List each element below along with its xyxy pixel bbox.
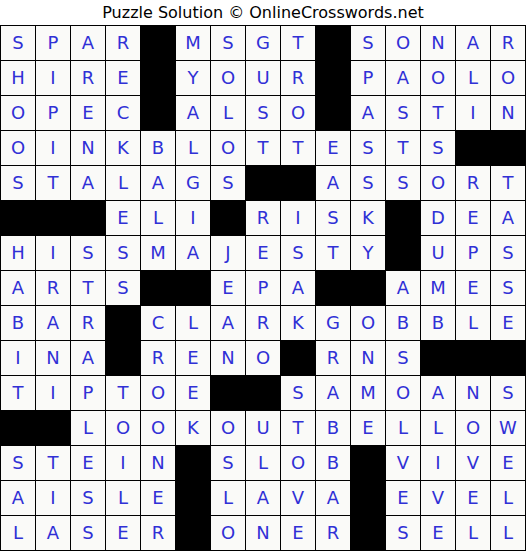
letter-cell: E bbox=[316, 131, 350, 165]
black-cell bbox=[351, 516, 385, 550]
letter-cell: K bbox=[106, 131, 140, 165]
black-cell bbox=[491, 341, 525, 375]
letter-cell: A bbox=[281, 271, 315, 305]
letter-cell: S bbox=[386, 166, 420, 200]
letter-cell: R bbox=[246, 306, 280, 340]
letter-cell: R bbox=[106, 26, 140, 60]
letter-cell: A bbox=[36, 306, 70, 340]
letter-cell: M bbox=[351, 376, 385, 410]
letter-cell: L bbox=[106, 166, 140, 200]
letter-cell: S bbox=[106, 271, 140, 305]
letter-cell: P bbox=[246, 271, 280, 305]
letter-cell: L bbox=[1, 516, 35, 550]
letter-cell: E bbox=[491, 306, 525, 340]
letter-cell: R bbox=[246, 201, 280, 235]
letter-cell: N bbox=[246, 516, 280, 550]
black-cell bbox=[1, 201, 35, 235]
black-cell bbox=[211, 376, 245, 410]
black-cell bbox=[316, 61, 350, 95]
letter-cell: A bbox=[36, 516, 70, 550]
letter-cell: L bbox=[71, 411, 105, 445]
letter-cell: S bbox=[316, 201, 350, 235]
crossword-grid: SPARMSGTSONARHIREYOURPAOLOOPECALSOASTINO… bbox=[0, 25, 526, 551]
letter-cell: H bbox=[1, 236, 35, 270]
letter-cell: A bbox=[386, 271, 420, 305]
black-cell bbox=[141, 26, 175, 60]
letter-cell: S bbox=[1, 26, 35, 60]
letter-cell: T bbox=[491, 166, 525, 200]
letter-cell: A bbox=[246, 481, 280, 515]
black-cell bbox=[176, 516, 210, 550]
letter-cell: O bbox=[211, 516, 245, 550]
letter-cell: R bbox=[141, 341, 175, 375]
letter-cell: L bbox=[491, 516, 525, 550]
letter-cell: K bbox=[281, 306, 315, 340]
letter-cell: L bbox=[386, 411, 420, 445]
letter-cell: S bbox=[386, 96, 420, 130]
letter-cell: A bbox=[316, 376, 350, 410]
black-cell bbox=[421, 341, 455, 375]
letter-cell: R bbox=[36, 271, 70, 305]
black-cell bbox=[386, 201, 420, 235]
letter-cell: D bbox=[421, 201, 455, 235]
letter-cell: L bbox=[246, 446, 280, 480]
letter-cell: E bbox=[351, 411, 385, 445]
letter-cell: S bbox=[491, 271, 525, 305]
letter-cell: U bbox=[246, 411, 280, 445]
black-cell bbox=[281, 166, 315, 200]
letter-cell: L bbox=[456, 61, 490, 95]
letter-cell: E bbox=[421, 516, 455, 550]
letter-cell: S bbox=[1, 446, 35, 480]
letter-cell: O bbox=[386, 376, 420, 410]
letter-cell: M bbox=[141, 236, 175, 270]
letter-cell: T bbox=[71, 271, 105, 305]
letter-cell: R bbox=[491, 26, 525, 60]
letter-cell: R bbox=[281, 61, 315, 95]
letter-cell: Y bbox=[351, 236, 385, 270]
letter-cell: O bbox=[211, 61, 245, 95]
black-cell bbox=[351, 271, 385, 305]
letter-cell: E bbox=[106, 61, 140, 95]
letter-cell: B bbox=[1, 306, 35, 340]
letter-cell: P bbox=[351, 61, 385, 95]
letter-cell: N bbox=[71, 131, 105, 165]
black-cell bbox=[246, 376, 280, 410]
letter-cell: O bbox=[421, 166, 455, 200]
letter-cell: N bbox=[421, 26, 455, 60]
letter-cell: N bbox=[141, 446, 175, 480]
black-cell bbox=[36, 201, 70, 235]
black-cell bbox=[106, 306, 140, 340]
letter-cell: I bbox=[176, 201, 210, 235]
letter-cell: T bbox=[281, 411, 315, 445]
letter-cell: O bbox=[386, 26, 420, 60]
letter-cell: O bbox=[211, 131, 245, 165]
black-cell bbox=[316, 26, 350, 60]
letter-cell: A bbox=[176, 236, 210, 270]
letter-cell: E bbox=[71, 446, 105, 480]
letter-cell: E bbox=[456, 201, 490, 235]
letter-cell: B bbox=[316, 411, 350, 445]
puzzle-solution-page: Puzzle Solution © OnlineCrosswords.net S… bbox=[0, 0, 526, 551]
letter-cell: R bbox=[316, 516, 350, 550]
letter-cell: K bbox=[176, 411, 210, 445]
letter-cell: P bbox=[36, 96, 70, 130]
black-cell bbox=[491, 131, 525, 165]
letter-cell: R bbox=[71, 61, 105, 95]
letter-cell: C bbox=[141, 306, 175, 340]
black-cell bbox=[316, 271, 350, 305]
letter-cell: B bbox=[141, 131, 175, 165]
black-cell bbox=[71, 201, 105, 235]
letter-cell: N bbox=[351, 341, 385, 375]
letter-cell: B bbox=[386, 306, 420, 340]
letter-cell: N bbox=[491, 96, 525, 130]
letter-cell: S bbox=[246, 96, 280, 130]
letter-cell: E bbox=[176, 376, 210, 410]
letter-cell: V bbox=[456, 446, 490, 480]
letter-cell: O bbox=[281, 446, 315, 480]
letter-cell: S bbox=[491, 376, 525, 410]
letter-cell: P bbox=[36, 26, 70, 60]
letter-cell: E bbox=[456, 271, 490, 305]
letter-cell: O bbox=[351, 306, 385, 340]
letter-cell: E bbox=[106, 201, 140, 235]
letter-cell: O bbox=[281, 96, 315, 130]
letter-cell: I bbox=[36, 376, 70, 410]
letter-cell: E bbox=[491, 446, 525, 480]
black-cell bbox=[141, 61, 175, 95]
letter-cell: T bbox=[1, 376, 35, 410]
letter-cell: I bbox=[36, 61, 70, 95]
black-cell bbox=[106, 341, 140, 375]
black-cell bbox=[456, 131, 490, 165]
letter-cell: W bbox=[491, 411, 525, 445]
letter-cell: T bbox=[106, 376, 140, 410]
letter-cell: O bbox=[1, 96, 35, 130]
black-cell bbox=[36, 411, 70, 445]
letter-cell: O bbox=[421, 61, 455, 95]
letter-cell: E bbox=[141, 481, 175, 515]
letter-cell: A bbox=[71, 26, 105, 60]
letter-cell: O bbox=[456, 411, 490, 445]
letter-cell: I bbox=[36, 481, 70, 515]
letter-cell: S bbox=[211, 166, 245, 200]
letter-cell: R bbox=[71, 306, 105, 340]
letter-cell: A bbox=[386, 61, 420, 95]
black-cell bbox=[176, 446, 210, 480]
page-title: Puzzle Solution © OnlineCrosswords.net bbox=[102, 3, 424, 22]
letter-cell: S bbox=[351, 26, 385, 60]
letter-cell: A bbox=[316, 166, 350, 200]
letter-cell: T bbox=[421, 96, 455, 130]
letter-cell: O bbox=[491, 61, 525, 95]
letter-cell: I bbox=[421, 446, 455, 480]
letter-cell: Y bbox=[176, 61, 210, 95]
letter-cell: V bbox=[386, 446, 420, 480]
letter-cell: E bbox=[386, 481, 420, 515]
letter-cell: A bbox=[71, 166, 105, 200]
letter-cell: P bbox=[456, 236, 490, 270]
letter-cell: T bbox=[36, 446, 70, 480]
black-cell bbox=[141, 271, 175, 305]
letter-cell: N bbox=[211, 341, 245, 375]
letter-cell: E bbox=[281, 516, 315, 550]
letter-cell: A bbox=[141, 166, 175, 200]
letter-cell: S bbox=[351, 166, 385, 200]
letter-cell: E bbox=[106, 516, 140, 550]
letter-cell: I bbox=[281, 201, 315, 235]
black-cell bbox=[351, 446, 385, 480]
letter-cell: S bbox=[71, 516, 105, 550]
letter-cell: L bbox=[456, 516, 490, 550]
letter-cell: S bbox=[386, 341, 420, 375]
letter-cell: S bbox=[421, 131, 455, 165]
letter-cell: I bbox=[36, 236, 70, 270]
letter-cell: B bbox=[421, 306, 455, 340]
letter-cell: O bbox=[141, 376, 175, 410]
letter-cell: C bbox=[106, 96, 140, 130]
letter-cell: K bbox=[351, 201, 385, 235]
black-cell bbox=[386, 236, 420, 270]
letter-cell: B bbox=[316, 446, 350, 480]
letter-cell: U bbox=[246, 61, 280, 95]
letter-cell: S bbox=[106, 236, 140, 270]
letter-cell: S bbox=[211, 26, 245, 60]
letter-cell: N bbox=[456, 376, 490, 410]
letter-cell: L bbox=[456, 306, 490, 340]
letter-cell: L bbox=[176, 306, 210, 340]
letter-cell: S bbox=[211, 446, 245, 480]
black-cell bbox=[176, 271, 210, 305]
letter-cell: T bbox=[316, 236, 350, 270]
letter-cell: E bbox=[176, 341, 210, 375]
letter-cell: L bbox=[491, 481, 525, 515]
letter-cell: V bbox=[281, 481, 315, 515]
title-bar: Puzzle Solution © OnlineCrosswords.net bbox=[0, 0, 526, 25]
letter-cell: U bbox=[421, 236, 455, 270]
letter-cell: A bbox=[351, 96, 385, 130]
letter-cell: E bbox=[246, 236, 280, 270]
letter-cell: S bbox=[281, 236, 315, 270]
letter-cell: M bbox=[421, 271, 455, 305]
letter-cell: A bbox=[71, 341, 105, 375]
letter-cell: O bbox=[1, 131, 35, 165]
black-cell bbox=[281, 341, 315, 375]
letter-cell: R bbox=[141, 516, 175, 550]
letter-cell: G bbox=[246, 26, 280, 60]
letter-cell: P bbox=[71, 376, 105, 410]
black-cell bbox=[141, 96, 175, 130]
letter-cell: E bbox=[456, 481, 490, 515]
letter-cell: I bbox=[106, 446, 140, 480]
letter-cell: S bbox=[386, 516, 420, 550]
letter-cell: A bbox=[421, 376, 455, 410]
black-cell bbox=[456, 341, 490, 375]
letter-cell: T bbox=[246, 131, 280, 165]
letter-cell: I bbox=[456, 96, 490, 130]
letter-cell: T bbox=[36, 166, 70, 200]
black-cell bbox=[351, 481, 385, 515]
letter-cell: A bbox=[316, 481, 350, 515]
letter-cell: L bbox=[211, 96, 245, 130]
letter-cell: V bbox=[421, 481, 455, 515]
letter-cell: I bbox=[36, 131, 70, 165]
letter-cell: G bbox=[176, 166, 210, 200]
black-cell bbox=[211, 201, 245, 235]
letter-cell: M bbox=[176, 26, 210, 60]
letter-cell: L bbox=[176, 131, 210, 165]
letter-cell: E bbox=[71, 96, 105, 130]
letter-cell: S bbox=[1, 166, 35, 200]
letter-cell: O bbox=[141, 411, 175, 445]
letter-cell: S bbox=[351, 131, 385, 165]
letter-cell: O bbox=[211, 411, 245, 445]
letter-cell: L bbox=[106, 481, 140, 515]
letter-cell: T bbox=[386, 131, 420, 165]
letter-cell: A bbox=[1, 481, 35, 515]
letter-cell: S bbox=[491, 236, 525, 270]
letter-cell: R bbox=[456, 166, 490, 200]
black-cell bbox=[1, 411, 35, 445]
letter-cell: T bbox=[281, 131, 315, 165]
letter-cell: T bbox=[281, 26, 315, 60]
letter-cell: S bbox=[281, 376, 315, 410]
letter-cell: S bbox=[71, 481, 105, 515]
letter-cell: L bbox=[211, 481, 245, 515]
letter-cell: A bbox=[211, 306, 245, 340]
letter-cell: A bbox=[491, 201, 525, 235]
letter-cell: A bbox=[456, 26, 490, 60]
letter-cell: A bbox=[1, 271, 35, 305]
letter-cell: O bbox=[106, 411, 140, 445]
letter-cell: L bbox=[141, 201, 175, 235]
letter-cell: R bbox=[316, 341, 350, 375]
black-cell bbox=[176, 481, 210, 515]
letter-cell: N bbox=[36, 341, 70, 375]
letter-cell: L bbox=[421, 411, 455, 445]
letter-cell: G bbox=[316, 306, 350, 340]
letter-cell: H bbox=[1, 61, 35, 95]
letter-cell: S bbox=[71, 236, 105, 270]
letter-cell: E bbox=[211, 271, 245, 305]
letter-cell: I bbox=[1, 341, 35, 375]
black-cell bbox=[246, 166, 280, 200]
letter-cell: J bbox=[211, 236, 245, 270]
letter-cell: A bbox=[176, 96, 210, 130]
letter-cell: O bbox=[246, 341, 280, 375]
black-cell bbox=[316, 96, 350, 130]
